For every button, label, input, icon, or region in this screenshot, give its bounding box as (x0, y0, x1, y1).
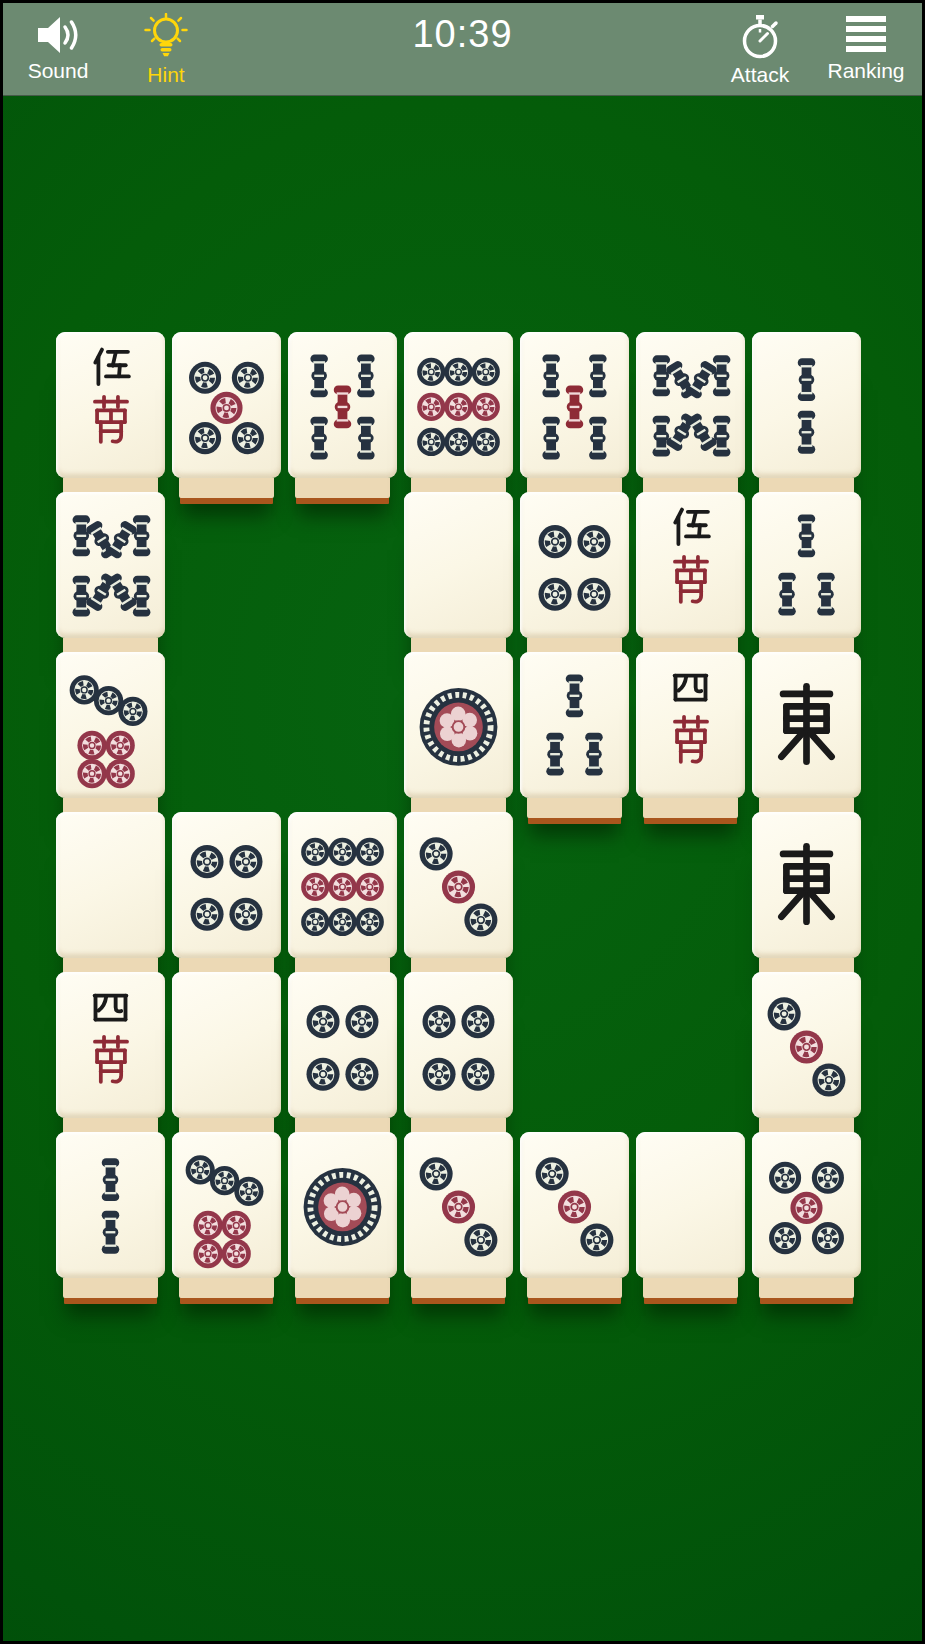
tile-p4[interactable] (288, 972, 397, 1118)
stopwatch-icon (736, 13, 784, 61)
top-bar: Sound Hint 10:39 (3, 3, 922, 96)
tile-face-dw (172, 972, 281, 1118)
tile-p9[interactable] (404, 332, 513, 478)
tile-p5[interactable] (752, 1132, 861, 1278)
tile-p5[interactable] (172, 332, 281, 478)
attack-button[interactable]: Attack (715, 11, 805, 93)
screen: Sound Hint 10:39 (0, 0, 925, 1644)
tile-we[interactable] (752, 812, 861, 958)
tile-s3[interactable] (752, 492, 861, 638)
tile-p1[interactable] (404, 652, 513, 798)
tile-face-p3 (404, 1132, 513, 1278)
tile-face-p7 (172, 1132, 281, 1278)
tile-p4[interactable] (520, 492, 629, 638)
tile-p3[interactable] (404, 1132, 513, 1278)
tile-dw[interactable] (172, 972, 281, 1118)
tile-face-we (752, 812, 861, 958)
tile-face-p7 (56, 652, 165, 798)
tile-s5[interactable] (288, 332, 397, 478)
tile-face-m5 (56, 332, 165, 478)
tile-p3[interactable] (752, 972, 861, 1118)
tile-face-p4 (520, 492, 629, 638)
tile-dw[interactable] (636, 1132, 745, 1278)
hint-label: Hint (121, 64, 211, 85)
tile-dw[interactable] (56, 812, 165, 958)
tile-face-dw (404, 492, 513, 638)
tile-face-p4 (172, 812, 281, 958)
tile-face-p3 (752, 972, 861, 1118)
tile-face-we (752, 652, 861, 798)
tile-m4[interactable] (636, 652, 745, 798)
tile-face-p5 (172, 332, 281, 478)
tile-m5[interactable] (56, 332, 165, 478)
tile-p4[interactable] (172, 812, 281, 958)
lightbulb-icon (142, 13, 190, 61)
attack-label: Attack (715, 64, 805, 85)
speaker-icon (34, 13, 82, 57)
tile-face-dw (636, 1132, 745, 1278)
sound-button[interactable]: Sound (13, 11, 103, 93)
tile-face-m4 (636, 652, 745, 798)
tile-face-s2 (752, 332, 861, 478)
tile-m5[interactable] (636, 492, 745, 638)
tile-p7[interactable] (56, 652, 165, 798)
tile-s5[interactable] (520, 332, 629, 478)
tile-face-m5 (636, 492, 745, 638)
tile-s2[interactable] (752, 332, 861, 478)
tile-s8[interactable] (56, 492, 165, 638)
tile-face-p3 (520, 1132, 629, 1278)
tile-face-s3 (520, 652, 629, 798)
tile-face-p9 (404, 332, 513, 478)
tile-p3[interactable] (404, 812, 513, 958)
tile-m4[interactable] (56, 972, 165, 1118)
tile-face-p4 (404, 972, 513, 1118)
tile-face-s2 (56, 1132, 165, 1278)
tile-face-s8 (56, 492, 165, 638)
ranking-label: Ranking (821, 60, 911, 81)
tile-face-s8 (636, 332, 745, 478)
tile-p9[interactable] (288, 812, 397, 958)
tile-s2[interactable] (56, 1132, 165, 1278)
sound-label: Sound (13, 60, 103, 81)
tile-face-p4 (288, 972, 397, 1118)
tile-p7[interactable] (172, 1132, 281, 1278)
ranking-button[interactable]: Ranking (821, 11, 911, 93)
tile-p1[interactable] (288, 1132, 397, 1278)
tile-p4[interactable] (404, 972, 513, 1118)
tile-s8[interactable] (636, 332, 745, 478)
tile-face-p9 (288, 812, 397, 958)
tile-face-p1 (404, 652, 513, 798)
ranking-list-icon (844, 13, 888, 57)
board (56, 332, 868, 1292)
hint-button[interactable]: Hint (121, 11, 211, 93)
tile-s3[interactable] (520, 652, 629, 798)
tile-face-dw (56, 812, 165, 958)
tile-we[interactable] (752, 652, 861, 798)
tile-face-p1 (288, 1132, 397, 1278)
tile-face-s5 (288, 332, 397, 478)
tile-face-s5 (520, 332, 629, 478)
tile-dw[interactable] (404, 492, 513, 638)
tile-p3[interactable] (520, 1132, 629, 1278)
tile-face-m4 (56, 972, 165, 1118)
tile-face-s3 (752, 492, 861, 638)
tile-face-p5 (752, 1132, 861, 1278)
tile-face-p3 (404, 812, 513, 958)
